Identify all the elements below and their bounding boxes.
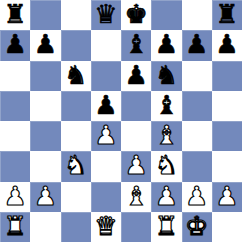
square-h5[interactable] [212,91,242,121]
black-pawn-piece[interactable]: ♟ [94,92,117,118]
square-b8[interactable] [30,0,60,30]
white-pawn-piece[interactable]: ♟ [185,183,208,209]
square-h8[interactable]: ♜ [212,0,242,30]
square-c4[interactable] [61,121,91,151]
square-g5[interactable] [182,91,212,121]
white-king-piece[interactable]: ♚ [185,213,208,239]
square-b5[interactable] [30,91,60,121]
square-c1[interactable] [61,212,91,242]
white-rook-piece[interactable]: ♜ [3,213,26,239]
black-pawn-piece[interactable]: ♟ [215,31,238,57]
square-d4[interactable]: ♟ [91,121,121,151]
square-h7[interactable]: ♟ [212,30,242,60]
square-b3[interactable] [30,151,60,181]
black-pawn-piece[interactable]: ♟ [155,31,178,57]
white-pawn-piece[interactable]: ♟ [155,183,178,209]
square-e2[interactable]: ♝ [121,182,151,212]
square-d3[interactable] [91,151,121,181]
square-e1[interactable] [121,212,151,242]
square-h3[interactable] [212,151,242,181]
black-pawn-piece[interactable]: ♟ [124,62,147,88]
square-d1[interactable]: ♛ [91,212,121,242]
square-f1[interactable]: ♜ [151,212,181,242]
square-h6[interactable] [212,61,242,91]
chess-board: ♜♛♚♜♟♟♝♟♟♟♞♟♞♟♝♟♝♞♟♞♟♟♝♟♟♟♜♛♜♚ [0,0,242,242]
square-c5[interactable] [61,91,91,121]
square-a2[interactable]: ♟ [0,182,30,212]
white-pawn-piece[interactable]: ♟ [3,183,26,209]
square-e6[interactable]: ♟ [121,61,151,91]
square-b4[interactable] [30,121,60,151]
square-g4[interactable] [182,121,212,151]
black-rook-piece[interactable]: ♜ [3,1,26,27]
white-knight-piece[interactable]: ♞ [64,152,87,178]
square-d6[interactable] [91,61,121,91]
black-knight-piece[interactable]: ♞ [64,62,87,88]
square-d8[interactable]: ♛ [91,0,121,30]
square-b7[interactable]: ♟ [30,30,60,60]
square-d5[interactable]: ♟ [91,91,121,121]
square-g8[interactable] [182,0,212,30]
black-pawn-piece[interactable]: ♟ [34,31,57,57]
white-pawn-piece[interactable]: ♟ [34,183,57,209]
square-a1[interactable]: ♜ [0,212,30,242]
square-h4[interactable] [212,121,242,151]
white-pawn-piece[interactable]: ♟ [215,183,238,209]
white-knight-piece[interactable]: ♞ [155,152,178,178]
square-a7[interactable]: ♟ [0,30,30,60]
square-a6[interactable] [0,61,30,91]
square-d2[interactable] [91,182,121,212]
square-d7[interactable] [91,30,121,60]
square-f2[interactable]: ♟ [151,182,181,212]
white-bishop-piece[interactable]: ♝ [124,183,147,209]
square-g2[interactable]: ♟ [182,182,212,212]
square-f5[interactable]: ♝ [151,91,181,121]
square-f7[interactable]: ♟ [151,30,181,60]
square-f3[interactable]: ♞ [151,151,181,181]
white-bishop-piece[interactable]: ♝ [155,122,178,148]
square-b6[interactable] [30,61,60,91]
square-a4[interactable] [0,121,30,151]
square-c3[interactable]: ♞ [61,151,91,181]
black-knight-piece[interactable]: ♞ [155,62,178,88]
white-queen-piece[interactable]: ♛ [94,213,117,239]
square-a5[interactable] [0,91,30,121]
white-pawn-piece[interactable]: ♟ [94,122,117,148]
black-bishop-piece[interactable]: ♝ [155,92,178,118]
square-c6[interactable]: ♞ [61,61,91,91]
square-a8[interactable]: ♜ [0,0,30,30]
square-e8[interactable]: ♚ [121,0,151,30]
black-pawn-piece[interactable]: ♟ [3,31,26,57]
square-f6[interactable]: ♞ [151,61,181,91]
square-c7[interactable] [61,30,91,60]
white-rook-piece[interactable]: ♜ [155,213,178,239]
square-f4[interactable]: ♝ [151,121,181,151]
square-h1[interactable] [212,212,242,242]
square-e3[interactable]: ♟ [121,151,151,181]
square-f8[interactable] [151,0,181,30]
square-g3[interactable] [182,151,212,181]
white-pawn-piece[interactable]: ♟ [124,152,147,178]
square-e4[interactable] [121,121,151,151]
square-c8[interactable] [61,0,91,30]
black-queen-piece[interactable]: ♛ [94,1,117,27]
square-c2[interactable] [61,182,91,212]
black-king-piece[interactable]: ♚ [124,1,147,27]
square-g6[interactable] [182,61,212,91]
black-bishop-piece[interactable]: ♝ [124,31,147,57]
black-rook-piece[interactable]: ♜ [215,1,238,27]
black-pawn-piece[interactable]: ♟ [185,31,208,57]
square-e7[interactable]: ♝ [121,30,151,60]
square-h2[interactable]: ♟ [212,182,242,212]
square-g1[interactable]: ♚ [182,212,212,242]
square-g7[interactable]: ♟ [182,30,212,60]
square-a3[interactable] [0,151,30,181]
square-b1[interactable] [30,212,60,242]
square-e5[interactable] [121,91,151,121]
square-b2[interactable]: ♟ [30,182,60,212]
